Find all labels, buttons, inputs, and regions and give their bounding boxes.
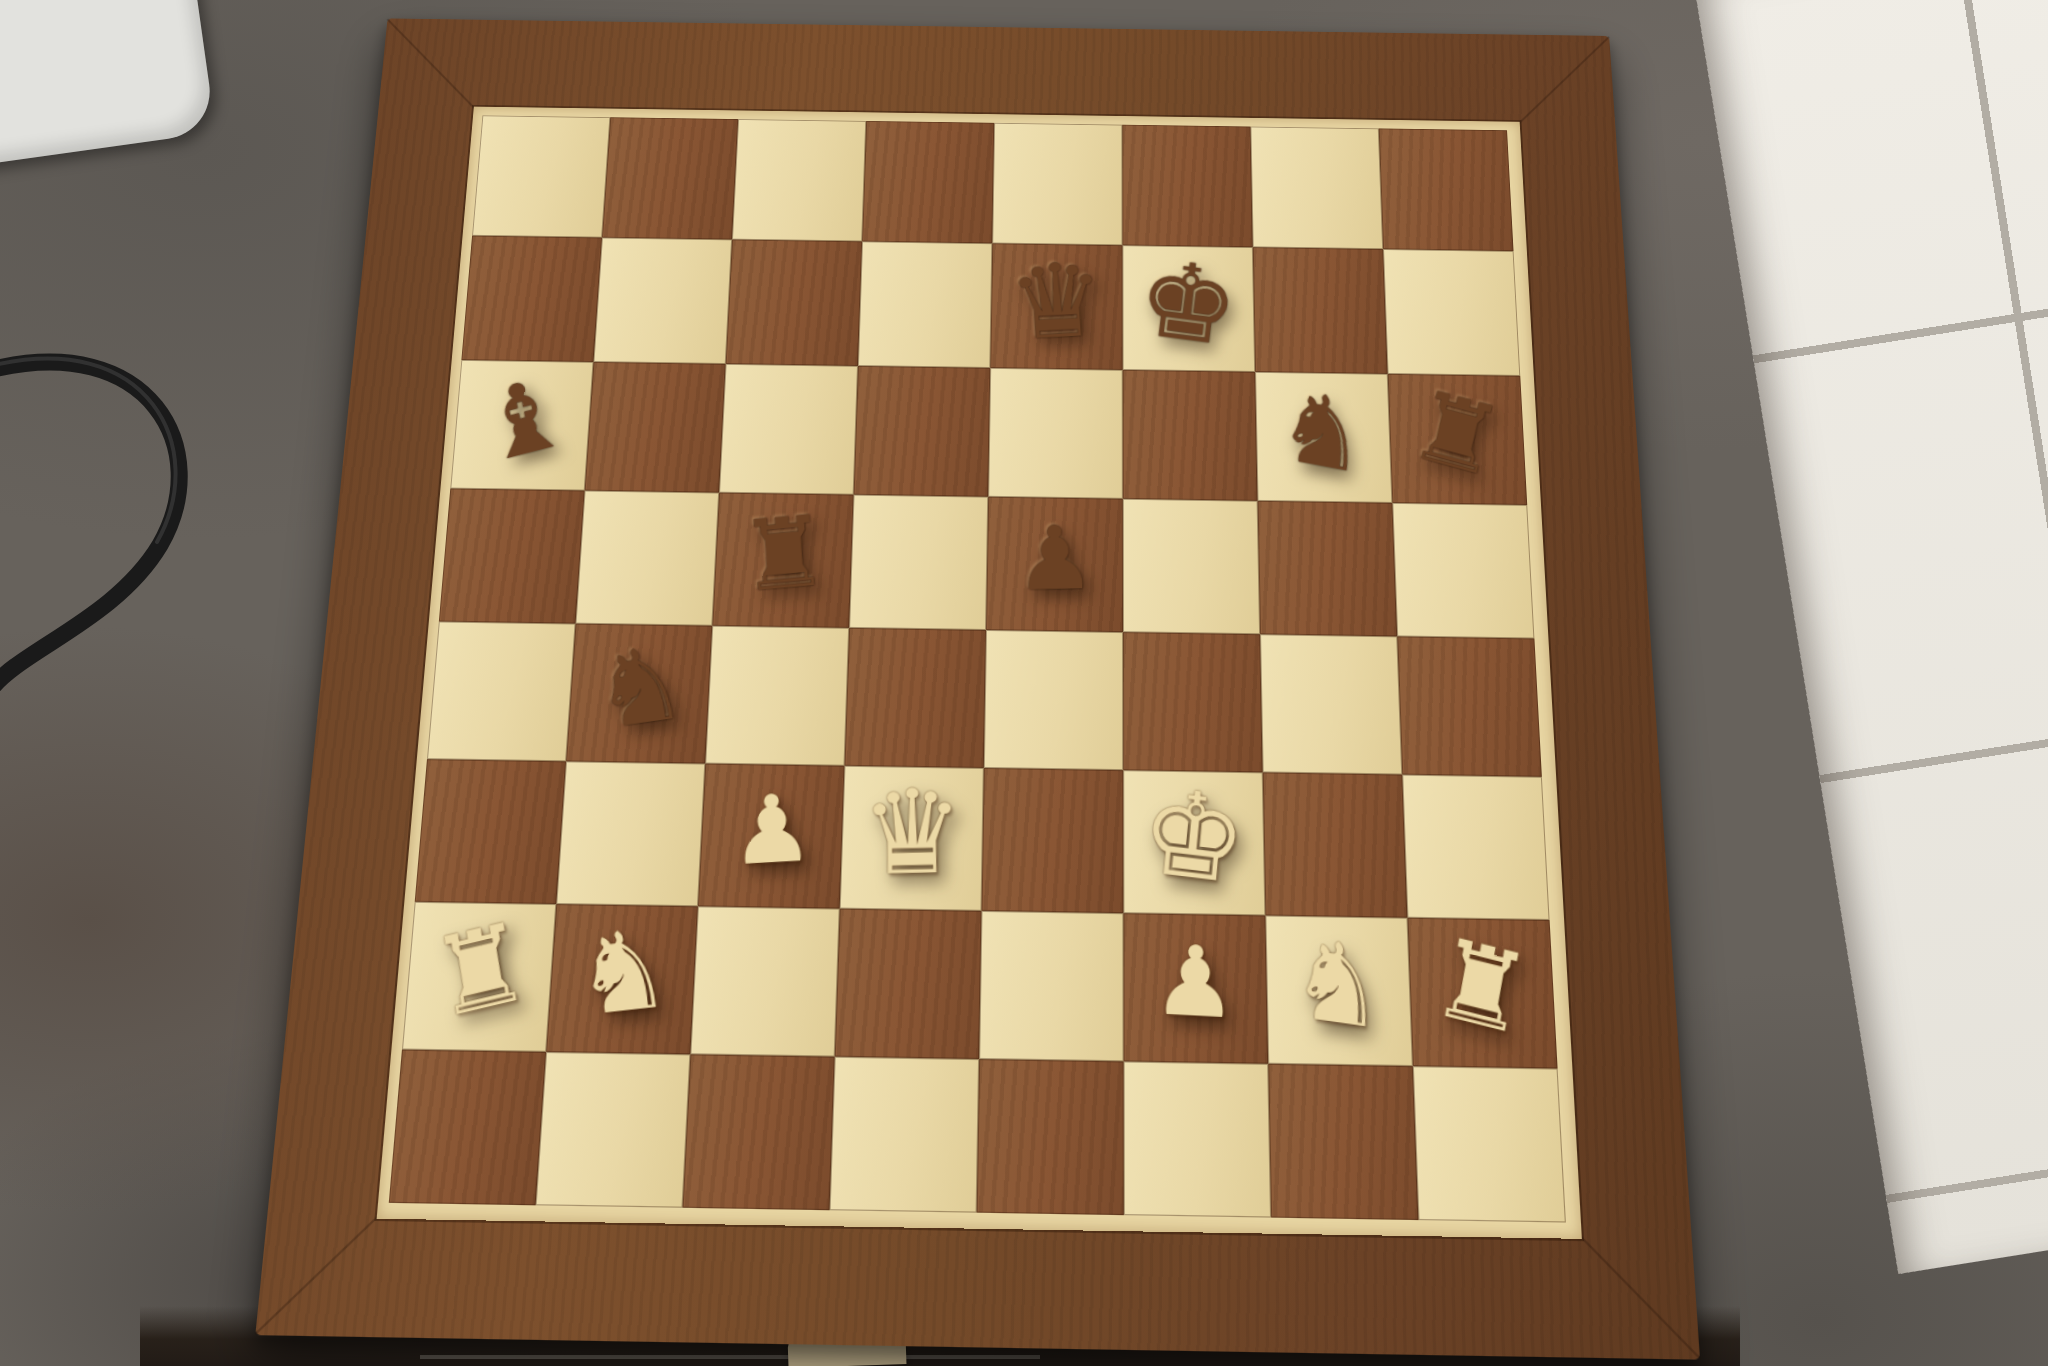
- square-e4: [984, 630, 1123, 770]
- square-e6: [988, 368, 1123, 499]
- piece-black-pawn: ♟: [986, 491, 1125, 627]
- square-h6: ♜: [1388, 374, 1528, 505]
- square-e2: [979, 911, 1123, 1062]
- piece-black-knight: ♞: [565, 610, 716, 766]
- square-e7: ♛: [990, 243, 1122, 370]
- square-g4: [1260, 634, 1402, 774]
- piece-white-rook: ♜: [1398, 897, 1565, 1077]
- laptop-corner: [0, 0, 216, 172]
- square-b2: ♞: [546, 904, 698, 1054]
- square-g1: [1268, 1064, 1418, 1220]
- square-c8: [732, 119, 866, 241]
- frame-miter-joint: [255, 1215, 379, 1334]
- square-c3: ♟: [698, 764, 845, 909]
- square-d5: [849, 495, 988, 630]
- square-b3: [556, 761, 705, 906]
- square-g6: ♞: [1255, 372, 1392, 503]
- square-h1: [1413, 1066, 1566, 1222]
- square-b8: [602, 117, 738, 239]
- square-f8: [1122, 125, 1252, 248]
- square-g8: [1250, 127, 1383, 250]
- square-a5: [439, 488, 585, 623]
- piece-black-rook: ♜: [712, 482, 856, 626]
- piece-black-bishop: ♝: [444, 341, 602, 498]
- square-h3: [1402, 775, 1549, 920]
- square-h8: [1379, 128, 1514, 251]
- piece-white-king: ♚: [1116, 757, 1269, 916]
- square-a2: ♜: [402, 902, 556, 1052]
- square-h7: [1383, 249, 1520, 376]
- square-b6: [585, 362, 726, 493]
- piece-black-knight: ♞: [1247, 357, 1399, 508]
- square-d1: [830, 1057, 980, 1213]
- board-grid: ♛♚♝♞♜♜♟♞♟♛♚♜♞♟♞♜: [389, 115, 1566, 1222]
- square-g7: [1253, 247, 1388, 374]
- square-a4: [427, 621, 576, 761]
- square-c7: [726, 239, 862, 365]
- square-c2: [690, 906, 839, 1056]
- square-f1: [1124, 1061, 1271, 1217]
- power-cable: [0, 330, 240, 750]
- piece-black-queen: ♛: [988, 236, 1127, 367]
- piece-black-rook: ♜: [1376, 354, 1536, 513]
- square-b1: [536, 1052, 691, 1208]
- square-f5: [1123, 499, 1260, 634]
- square-g5: [1258, 501, 1398, 637]
- chess-board: ♛♚♝♞♜♜♟♞♟♛♚♜♞♟♞♜: [255, 18, 1700, 1359]
- square-h2: ♜: [1407, 918, 1557, 1069]
- square-f6: [1123, 370, 1258, 501]
- piece-white-knight: ♞: [548, 892, 699, 1055]
- square-d4: [844, 628, 986, 768]
- piece-white-knight: ♞: [1260, 901, 1416, 1068]
- square-f4: [1123, 632, 1263, 772]
- piece-white-pawn: ♟: [1121, 904, 1268, 1059]
- square-e1: [977, 1059, 1124, 1215]
- square-d8: [862, 121, 994, 243]
- square-f2: ♟: [1123, 913, 1268, 1064]
- frame-miter-joint: [1580, 1235, 1701, 1359]
- square-a3: [415, 759, 566, 904]
- square-c5: ♜: [712, 493, 853, 628]
- board-frame: ♛♚♝♞♜♜♟♞♟♛♚♜♞♟♞♜: [255, 18, 1700, 1359]
- square-h5: [1392, 503, 1534, 639]
- square-h4: [1397, 636, 1542, 776]
- square-a1: [389, 1050, 546, 1206]
- square-d3: ♛: [840, 766, 984, 911]
- square-c6: [719, 364, 858, 495]
- square-f7: ♚: [1122, 245, 1255, 372]
- square-b7: [593, 238, 732, 364]
- square-g3: [1263, 772, 1408, 917]
- table-front-edge: [420, 1355, 1040, 1359]
- tile-floor: [1695, 0, 2048, 1274]
- piece-white-rook: ♜: [398, 882, 563, 1059]
- square-c4: [705, 626, 849, 766]
- square-d2: [835, 909, 982, 1059]
- square-d7: [858, 241, 992, 367]
- frame-miter-joint: [387, 19, 476, 109]
- square-e5: ♟: [986, 497, 1123, 632]
- square-a6: ♝: [450, 360, 593, 491]
- square-c1: [683, 1054, 835, 1210]
- square-a7: [461, 236, 602, 362]
- square-e8: [992, 123, 1122, 245]
- square-g2: ♞: [1265, 915, 1412, 1066]
- cable-path: [0, 362, 179, 690]
- piece-black-king: ♚: [1115, 233, 1260, 373]
- square-d6: [854, 366, 991, 497]
- square-b5: [576, 491, 720, 626]
- piece-white-pawn: ♟: [701, 755, 845, 905]
- frame-miter-joint: [1518, 36, 1610, 124]
- square-f3: ♚: [1123, 770, 1265, 915]
- piece-white-queen: ♛: [842, 759, 984, 904]
- cable-highlight: [0, 358, 176, 542]
- square-e3: [982, 768, 1124, 913]
- square-b4: ♞: [566, 624, 712, 764]
- photo-scene: { "game": "chess", "position": { "fen": …: [0, 0, 2048, 1366]
- square-a8: [472, 115, 610, 237]
- board-inlay-border: ♛♚♝♞♜♜♟♞♟♛♚♜♞♟♞♜: [377, 107, 1582, 1239]
